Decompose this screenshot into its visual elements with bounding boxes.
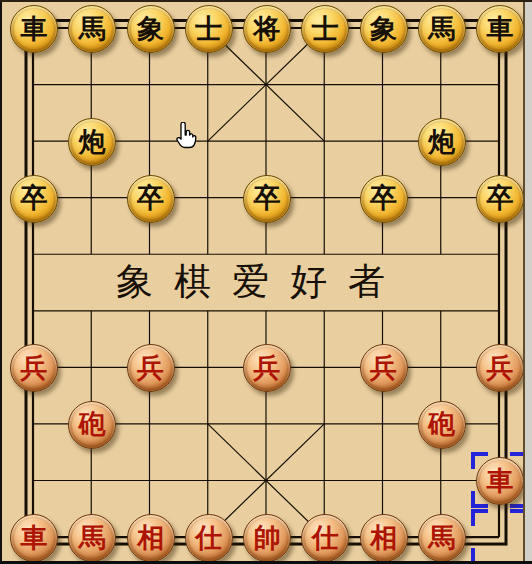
piece-red-elephant[interactable]: 相 bbox=[360, 514, 408, 562]
selection-marker-origin bbox=[471, 509, 527, 564]
piece-black-horse[interactable]: 馬 bbox=[418, 5, 466, 53]
piece-red-cannon[interactable]: 砲 bbox=[418, 401, 466, 449]
piece-black-advisor[interactable]: 士 bbox=[185, 5, 233, 53]
piece-black-horse[interactable]: 馬 bbox=[68, 5, 116, 53]
piece-black-soldier[interactable]: 卒 bbox=[243, 175, 291, 223]
piece-red-advisor[interactable]: 仕 bbox=[301, 514, 349, 562]
piece-red-elephant[interactable]: 相 bbox=[127, 514, 175, 562]
piece-black-chariot[interactable]: 車 bbox=[476, 5, 524, 53]
window-right-strip bbox=[525, 0, 532, 564]
piece-red-horse[interactable]: 馬 bbox=[418, 514, 466, 562]
piece-black-general[interactable]: 将 bbox=[243, 5, 291, 53]
piece-red-horse[interactable]: 馬 bbox=[68, 514, 116, 562]
piece-black-advisor[interactable]: 士 bbox=[301, 5, 349, 53]
piece-black-elephant[interactable]: 象 bbox=[360, 5, 408, 53]
piece-red-cannon[interactable]: 砲 bbox=[68, 401, 116, 449]
piece-black-soldier[interactable]: 卒 bbox=[476, 175, 524, 223]
piece-black-soldier[interactable]: 卒 bbox=[127, 175, 175, 223]
window-top-edge bbox=[0, 0, 532, 2]
piece-black-soldier[interactable]: 卒 bbox=[360, 175, 408, 223]
piece-black-cannon[interactable]: 炮 bbox=[418, 118, 466, 166]
piece-red-advisor[interactable]: 仕 bbox=[185, 514, 233, 562]
piece-red-chariot[interactable]: 車 bbox=[10, 514, 58, 562]
piece-red-general[interactable]: 帥 bbox=[243, 514, 291, 562]
river-text: 象棋爱好者 bbox=[116, 260, 406, 304]
piece-black-elephant[interactable]: 象 bbox=[127, 5, 175, 53]
piece-black-soldier[interactable]: 卒 bbox=[10, 175, 58, 223]
xiangqi-board[interactable]: 象棋爱好者 車馬象士将士象馬車炮炮卒卒卒卒卒兵兵兵兵兵砲砲車車馬相仕帥仕相馬 bbox=[0, 0, 532, 564]
piece-red-soldier[interactable]: 兵 bbox=[360, 344, 408, 392]
piece-black-chariot[interactable]: 車 bbox=[10, 5, 58, 53]
piece-red-soldier[interactable]: 兵 bbox=[127, 344, 175, 392]
window-left-edge bbox=[0, 0, 2, 564]
